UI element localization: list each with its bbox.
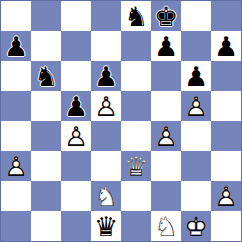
white-pawn-fill-glyph: ♟: [151, 121, 181, 151]
square-d7[interactable]: [91, 31, 121, 61]
black-pawn-piece: ♟: [151, 31, 181, 61]
square-g2[interactable]: [181, 181, 211, 211]
black-king-piece: ♚: [151, 1, 181, 31]
square-d4[interactable]: [91, 121, 121, 151]
black-pawn-piece: ♟: [211, 31, 241, 61]
white-pawn-piece: ♙: [151, 121, 181, 151]
square-g4[interactable]: [181, 121, 211, 151]
square-h2[interactable]: ♟♙: [211, 181, 241, 211]
square-c1[interactable]: [61, 211, 91, 241]
white-pawn-piece: ♙: [61, 121, 91, 151]
square-g5[interactable]: ♟♙: [181, 91, 211, 121]
square-e6[interactable]: [121, 61, 151, 91]
white-queen-piece: ♕: [121, 151, 151, 181]
black-pawn-piece: ♟: [1, 31, 31, 61]
square-h7[interactable]: ♟: [211, 31, 241, 61]
square-e5[interactable]: [121, 91, 151, 121]
square-b6[interactable]: ♞: [31, 61, 61, 91]
square-h3[interactable]: [211, 151, 241, 181]
square-c8[interactable]: [61, 1, 91, 31]
white-king-fill-glyph: ♚: [181, 211, 211, 241]
square-a4[interactable]: [1, 121, 31, 151]
black-knight-piece: ♞: [121, 1, 151, 31]
square-e1[interactable]: [121, 211, 151, 241]
square-f1[interactable]: ♞♘: [151, 211, 181, 241]
square-f2[interactable]: [151, 181, 181, 211]
square-h5[interactable]: [211, 91, 241, 121]
white-pawn-fill-glyph: ♟: [91, 91, 121, 121]
square-c4[interactable]: ♟♙: [61, 121, 91, 151]
square-a5[interactable]: [1, 91, 31, 121]
square-g8[interactable]: [181, 1, 211, 31]
chess-board: ♞♚♟♟♟♞♟♟♟♟♙♟♙♟♙♟♙♟♙♛♕♞♘♟♙♛♞♘♚♔: [0, 0, 242, 242]
square-e4[interactable]: [121, 121, 151, 151]
square-b7[interactable]: [31, 31, 61, 61]
white-queen-fill-glyph: ♛: [121, 151, 151, 181]
square-f6[interactable]: [151, 61, 181, 91]
square-c2[interactable]: [61, 181, 91, 211]
white-pawn-fill-glyph: ♟: [1, 151, 31, 181]
square-h6[interactable]: [211, 61, 241, 91]
square-e8[interactable]: ♞: [121, 1, 151, 31]
square-d1[interactable]: ♛: [91, 211, 121, 241]
square-b8[interactable]: [31, 1, 61, 31]
white-knight-piece: ♘: [91, 181, 121, 211]
square-b2[interactable]: [31, 181, 61, 211]
square-b1[interactable]: [31, 211, 61, 241]
white-pawn-piece: ♙: [91, 91, 121, 121]
square-b5[interactable]: [31, 91, 61, 121]
square-a3[interactable]: ♟♙: [1, 151, 31, 181]
white-pawn-piece: ♙: [1, 151, 31, 181]
square-g3[interactable]: [181, 151, 211, 181]
white-knight-piece: ♘: [151, 211, 181, 241]
black-pawn-piece: ♟: [181, 61, 211, 91]
square-a6[interactable]: [1, 61, 31, 91]
black-pawn-piece: ♟: [61, 91, 91, 121]
square-b3[interactable]: [31, 151, 61, 181]
black-queen-piece: ♛: [91, 211, 121, 241]
square-d2[interactable]: ♞♘: [91, 181, 121, 211]
white-pawn-piece: ♙: [181, 91, 211, 121]
black-knight-piece: ♞: [31, 61, 61, 91]
square-f8[interactable]: ♚: [151, 1, 181, 31]
square-a1[interactable]: [1, 211, 31, 241]
square-d8[interactable]: [91, 1, 121, 31]
white-pawn-fill-glyph: ♟: [181, 91, 211, 121]
square-f5[interactable]: [151, 91, 181, 121]
black-pawn-piece: ♟: [91, 61, 121, 91]
square-c6[interactable]: [61, 61, 91, 91]
square-f3[interactable]: [151, 151, 181, 181]
square-g7[interactable]: [181, 31, 211, 61]
square-f7[interactable]: ♟: [151, 31, 181, 61]
white-pawn-piece: ♙: [211, 181, 241, 211]
square-a2[interactable]: [1, 181, 31, 211]
white-knight-fill-glyph: ♞: [151, 211, 181, 241]
square-d5[interactable]: ♟♙: [91, 91, 121, 121]
square-e2[interactable]: [121, 181, 151, 211]
square-g1[interactable]: ♚♔: [181, 211, 211, 241]
white-knight-fill-glyph: ♞: [91, 181, 121, 211]
square-e3[interactable]: ♛♕: [121, 151, 151, 181]
square-h8[interactable]: [211, 1, 241, 31]
square-a7[interactable]: ♟: [1, 31, 31, 61]
square-c3[interactable]: [61, 151, 91, 181]
square-a8[interactable]: [1, 1, 31, 31]
square-b4[interactable]: [31, 121, 61, 151]
square-h4[interactable]: [211, 121, 241, 151]
square-d3[interactable]: [91, 151, 121, 181]
square-f4[interactable]: ♟♙: [151, 121, 181, 151]
white-king-piece: ♔: [181, 211, 211, 241]
square-d6[interactable]: ♟: [91, 61, 121, 91]
square-g6[interactable]: ♟: [181, 61, 211, 91]
white-pawn-fill-glyph: ♟: [211, 181, 241, 211]
square-h1[interactable]: [211, 211, 241, 241]
white-pawn-fill-glyph: ♟: [61, 121, 91, 151]
square-c5[interactable]: ♟: [61, 91, 91, 121]
square-c7[interactable]: [61, 31, 91, 61]
square-e7[interactable]: [121, 31, 151, 61]
